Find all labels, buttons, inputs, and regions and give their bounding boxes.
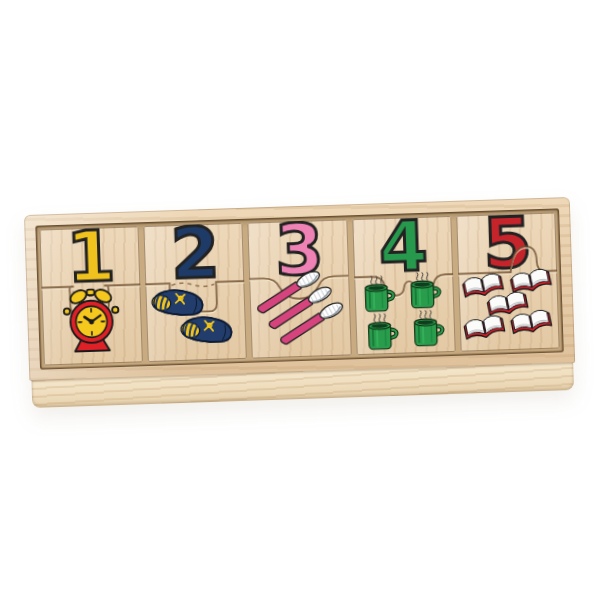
book-icon	[459, 309, 510, 350]
quantity-piece-2[interactable]	[145, 279, 247, 360]
mug-icon	[408, 308, 447, 349]
mug-icon	[362, 312, 401, 353]
book-icon	[459, 309, 510, 350]
alarm-clock-icon	[59, 284, 123, 356]
number-piece-2[interactable]: 2	[144, 223, 245, 284]
mug-icon	[405, 270, 444, 311]
number-piece-4[interactable]: 4	[352, 216, 453, 277]
quantity-piece-3[interactable]	[250, 275, 352, 356]
wooden-puzzle-box: 1 2	[24, 197, 576, 408]
product-photo-scene: 1 2	[0, 0, 600, 600]
number-piece-3[interactable]: 3	[248, 219, 349, 280]
number-piece-1[interactable]: 1	[39, 226, 140, 287]
mug-icon	[408, 308, 447, 349]
quantity-piece-4[interactable]	[354, 272, 456, 353]
puzzle-tray: 1 2	[35, 208, 563, 369]
puzzle-column-3[interactable]: 3	[248, 219, 352, 358]
mug-icon	[359, 274, 398, 315]
slipper-icon	[177, 310, 237, 353]
mug-icon	[362, 312, 401, 353]
quantity-piece-5[interactable]	[458, 268, 560, 349]
puzzle-column-5[interactable]: 5	[456, 212, 560, 351]
puzzle-column-4[interactable]: 4	[352, 216, 456, 355]
alarm-clock-icon	[59, 284, 123, 356]
mug-icon	[359, 274, 398, 315]
mug-icon	[405, 270, 444, 311]
box-top-surface: 1 2	[24, 197, 575, 381]
puzzle-column-2[interactable]: 2	[144, 223, 248, 362]
quantity-piece-1[interactable]	[41, 282, 143, 363]
slipper-icon	[177, 310, 237, 353]
puzzle-column-1[interactable]: 1	[39, 226, 143, 365]
